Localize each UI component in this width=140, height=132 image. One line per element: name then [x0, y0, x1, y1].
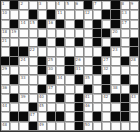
cell-8-2[interactable]	[10, 66, 19, 75]
cell-6-6[interactable]	[47, 47, 56, 56]
cell-5-4[interactable]	[29, 38, 38, 47]
cell-4-4[interactable]	[29, 29, 38, 38]
cell-2-15[interactable]	[130, 10, 139, 19]
cell-12-7[interactable]	[56, 103, 65, 112]
cell-9-3[interactable]: 33	[19, 75, 28, 84]
cell-14-11[interactable]	[93, 122, 102, 131]
cell-2-5[interactable]	[38, 10, 47, 19]
cell-14-6[interactable]	[47, 122, 56, 131]
black-cell	[111, 38, 120, 47]
cell-9-15[interactable]	[130, 75, 139, 84]
cell-8-15[interactable]	[130, 66, 139, 75]
black-cell	[84, 1, 93, 10]
clue-number: 6	[76, 1, 79, 6]
cell-6-5[interactable]	[38, 47, 47, 56]
cell-11-8[interactable]	[65, 94, 74, 103]
cell-4-6[interactable]	[47, 29, 56, 38]
cell-5-6[interactable]	[47, 38, 56, 47]
cell-5-2[interactable]	[10, 38, 19, 47]
cell-7-10[interactable]	[84, 57, 93, 66]
cell-2-11[interactable]	[93, 10, 102, 19]
cell-9-10[interactable]: 35	[84, 75, 93, 84]
cell-3-14[interactable]: 17	[121, 20, 130, 29]
black-cell	[29, 10, 38, 19]
clue-number: 41	[85, 94, 90, 99]
black-cell	[65, 66, 74, 75]
clue-number: 20	[112, 29, 117, 34]
black-cell	[65, 57, 74, 66]
cell-8-3[interactable]	[19, 66, 28, 75]
cell-11-6[interactable]	[47, 94, 56, 103]
cell-10-6[interactable]: 37	[47, 85, 56, 94]
cell-14-3[interactable]	[19, 122, 28, 131]
cell-10-2[interactable]	[10, 85, 19, 94]
cell-4-1[interactable]: 18	[1, 29, 10, 38]
cell-14-15[interactable]	[130, 122, 139, 131]
cell-14-1[interactable]: 48	[1, 122, 10, 131]
cell-14-14[interactable]	[121, 122, 130, 131]
cell-3-3[interactable]: 14	[19, 20, 28, 29]
cell-3-6[interactable]: 16	[47, 20, 56, 29]
clue-number: 7	[94, 1, 97, 6]
black-cell	[10, 57, 19, 66]
clue-number: 2	[20, 1, 23, 6]
cell-1-6[interactable]	[47, 1, 56, 10]
cell-5-1[interactable]: 21	[1, 38, 10, 47]
black-cell	[10, 112, 19, 121]
clue-number: 22	[30, 47, 35, 52]
clue-number: 35	[85, 75, 90, 80]
cell-1-12[interactable]	[102, 1, 111, 10]
cell-10-1[interactable]: 36	[1, 85, 10, 94]
cell-8-12[interactable]: 32	[102, 66, 111, 75]
black-cell	[111, 10, 120, 19]
cell-2-3[interactable]	[19, 10, 28, 19]
black-cell	[93, 57, 102, 66]
cell-4-13[interactable]: 20	[111, 29, 120, 38]
cell-12-5[interactable]: 45	[38, 103, 47, 112]
cell-6-11[interactable]	[93, 47, 102, 56]
cell-6-9[interactable]	[75, 47, 84, 56]
cell-12-12[interactable]	[102, 103, 111, 112]
cell-8-14[interactable]	[121, 66, 130, 75]
cell-8-10[interactable]	[84, 66, 93, 75]
black-cell	[102, 47, 111, 56]
cell-9-5[interactable]	[38, 75, 47, 84]
black-cell	[10, 1, 19, 10]
black-cell	[93, 29, 102, 38]
cell-13-8[interactable]	[65, 112, 74, 121]
black-cell	[121, 75, 130, 84]
clue-number: 24	[20, 57, 25, 62]
clue-number: 30	[48, 66, 53, 71]
black-cell	[130, 85, 139, 94]
cell-12-3[interactable]	[19, 103, 28, 112]
cell-4-9[interactable]	[75, 29, 84, 38]
cell-1-3[interactable]: 2	[19, 1, 28, 10]
black-cell	[47, 112, 56, 121]
cell-10-13[interactable]: 38	[111, 85, 120, 94]
black-cell	[75, 20, 84, 29]
cell-13-10[interactable]	[84, 112, 93, 121]
clue-number: 33	[20, 75, 25, 80]
cell-8-13[interactable]	[111, 66, 120, 75]
cell-10-14[interactable]	[121, 85, 130, 94]
cell-10-7[interactable]	[56, 85, 65, 94]
black-cell	[10, 20, 19, 29]
cell-12-13[interactable]	[111, 103, 120, 112]
clue-number: 40	[39, 94, 44, 99]
cell-6-7[interactable]	[56, 47, 65, 56]
cell-6-13[interactable]: 23	[111, 47, 120, 56]
clue-number: 43	[131, 94, 136, 99]
black-cell	[19, 47, 28, 56]
cell-11-3[interactable]: 39	[19, 94, 28, 103]
cell-8-7[interactable]	[56, 66, 65, 75]
cell-8-1[interactable]: 29	[1, 66, 10, 75]
black-cell	[130, 47, 139, 56]
cell-4-2[interactable]: 19	[10, 29, 19, 38]
cell-11-11[interactable]	[93, 94, 102, 103]
cell-1-1[interactable]: 1	[1, 1, 10, 10]
clue-number: 37	[48, 85, 53, 90]
cell-10-4[interactable]	[29, 85, 38, 94]
cell-10-8[interactable]	[65, 85, 74, 94]
black-cell	[111, 1, 120, 10]
cell-7-4[interactable]	[29, 57, 38, 66]
cell-6-14[interactable]	[121, 47, 130, 56]
black-cell	[75, 38, 84, 47]
cell-1-8[interactable]: 5	[65, 1, 74, 10]
cell-9-11[interactable]	[93, 75, 102, 84]
cell-3-10[interactable]	[84, 20, 93, 29]
clue-number: 1	[2, 1, 5, 6]
black-cell	[75, 112, 84, 121]
clue-number: 11	[57, 10, 62, 15]
cell-11-4[interactable]	[29, 94, 38, 103]
black-cell	[102, 85, 111, 94]
cell-12-11[interactable]	[93, 103, 102, 112]
cell-8-6[interactable]: 30	[47, 66, 56, 75]
black-cell	[84, 85, 93, 94]
cell-14-5[interactable]: 49	[38, 122, 47, 131]
cell-13-4[interactable]: 47	[29, 112, 38, 121]
clue-number: 13	[122, 10, 127, 15]
cell-2-1[interactable]: 10	[1, 10, 10, 19]
cell-3-12[interactable]	[102, 20, 111, 29]
cell-2-8[interactable]	[65, 10, 74, 19]
clue-number: 16	[48, 20, 53, 25]
clue-number: 39	[20, 94, 25, 99]
clue-number: 46	[85, 103, 90, 108]
cell-1-14[interactable]: 8	[121, 1, 130, 10]
clue-number: 25	[48, 57, 53, 62]
cell-2-10[interactable]: 12	[84, 10, 93, 19]
clue-number: 45	[39, 103, 44, 108]
cell-7-13[interactable]	[111, 57, 120, 66]
black-cell	[102, 29, 111, 38]
clue-number: 48	[2, 122, 7, 127]
black-cell	[56, 94, 65, 103]
cell-13-12[interactable]	[102, 112, 111, 121]
black-cell	[75, 103, 84, 112]
cell-1-7[interactable]: 4	[56, 1, 65, 10]
black-cell	[102, 10, 111, 19]
clue-number: 29	[2, 66, 7, 71]
cell-3-4[interactable]: 15	[29, 20, 38, 29]
cell-14-7[interactable]	[56, 122, 65, 131]
cell-9-4[interactable]	[29, 75, 38, 84]
clue-number: 47	[30, 112, 35, 117]
clue-number: 18	[2, 29, 7, 34]
black-cell	[56, 20, 65, 29]
clue-number: 15	[30, 20, 35, 25]
cell-14-13[interactable]	[111, 122, 120, 131]
black-cell	[38, 85, 47, 94]
cell-11-1[interactable]	[1, 94, 10, 103]
clue-number: 9	[131, 1, 134, 6]
black-cell	[111, 112, 120, 121]
black-cell	[38, 66, 47, 75]
cell-3-1[interactable]	[1, 20, 10, 29]
black-cell	[121, 112, 130, 121]
cell-12-8[interactable]	[65, 103, 74, 112]
cell-10-11[interactable]	[93, 85, 102, 94]
black-cell	[93, 66, 102, 75]
black-cell	[93, 112, 102, 121]
cell-10-3[interactable]	[19, 85, 28, 94]
black-cell	[75, 94, 84, 103]
cell-10-9[interactable]	[75, 85, 84, 94]
cell-4-8[interactable]	[65, 29, 74, 38]
black-cell	[29, 103, 38, 112]
clue-number: 8	[122, 1, 125, 6]
black-cell	[19, 112, 28, 121]
clue-number: 36	[2, 85, 7, 90]
cell-14-8[interactable]	[65, 122, 74, 131]
cell-11-5[interactable]: 40	[38, 94, 47, 103]
cell-11-10[interactable]: 41	[84, 94, 93, 103]
black-cell	[111, 94, 120, 103]
clue-number: 12	[85, 10, 90, 15]
cell-12-10[interactable]: 46	[84, 103, 93, 112]
cell-7-6[interactable]: 25	[47, 57, 56, 66]
cell-4-7[interactable]	[56, 29, 65, 38]
cell-14-10[interactable]: 50	[84, 122, 93, 131]
black-cell	[130, 38, 139, 47]
cell-6-4[interactable]: 22	[29, 47, 38, 56]
cell-14-2[interactable]	[10, 122, 19, 131]
clue-number: 31	[76, 66, 81, 71]
cell-1-5[interactable]: 3	[38, 1, 47, 10]
black-cell	[1, 57, 10, 66]
clue-number: 28	[131, 57, 136, 62]
black-cell	[47, 75, 56, 84]
black-cell	[29, 122, 38, 131]
cell-9-13[interactable]	[111, 75, 120, 84]
cell-4-14[interactable]	[121, 29, 130, 38]
cell-3-15[interactable]	[130, 20, 139, 29]
black-cell	[75, 122, 84, 131]
cell-9-1[interactable]	[1, 75, 10, 84]
clue-number: 44	[2, 103, 7, 108]
black-cell	[93, 38, 102, 47]
cell-7-12[interactable]: 27	[102, 57, 111, 66]
black-cell	[121, 57, 130, 66]
cell-12-15[interactable]	[130, 103, 139, 112]
cell-13-5[interactable]	[38, 112, 47, 121]
cell-2-9[interactable]	[75, 10, 84, 19]
cell-5-8[interactable]	[65, 38, 74, 47]
cell-4-3[interactable]	[19, 29, 28, 38]
cell-14-12[interactable]	[102, 122, 111, 131]
cell-2-2[interactable]	[10, 10, 19, 19]
clue-number: 38	[112, 85, 117, 90]
black-cell	[38, 57, 47, 66]
clue-number: 5	[66, 1, 69, 6]
clue-number: 3	[39, 1, 42, 6]
clue-number: 21	[2, 38, 7, 43]
cell-7-7[interactable]	[56, 57, 65, 66]
cell-4-5[interactable]	[38, 29, 47, 38]
cell-4-10[interactable]	[84, 29, 93, 38]
cell-13-1[interactable]	[1, 112, 10, 121]
clue-number: 4	[57, 1, 60, 6]
black-cell	[38, 20, 47, 29]
cell-6-8[interactable]	[65, 47, 74, 56]
clue-number: 19	[11, 29, 16, 34]
cell-1-4[interactable]	[29, 1, 38, 10]
clue-number: 10	[2, 10, 7, 15]
black-cell	[56, 112, 65, 121]
black-cell	[111, 20, 120, 29]
black-cell	[10, 94, 19, 103]
cell-6-10[interactable]	[84, 47, 93, 56]
cell-12-1[interactable]: 44	[1, 103, 10, 112]
cell-4-15[interactable]	[130, 29, 139, 38]
cell-6-1[interactable]	[1, 47, 10, 56]
cell-5-14[interactable]	[121, 38, 130, 47]
cell-7-3[interactable]: 24	[19, 57, 28, 66]
black-cell	[10, 75, 19, 84]
black-cell	[121, 103, 130, 112]
black-cell	[121, 94, 130, 103]
crossword-grid: 1234567891011121314151617181920212223242…	[0, 0, 140, 132]
black-cell	[38, 38, 47, 47]
black-cell	[47, 10, 56, 19]
cell-8-4[interactable]	[29, 66, 38, 75]
cell-2-14[interactable]: 13	[121, 10, 130, 19]
clue-number: 32	[103, 66, 108, 71]
clue-number: 42	[103, 94, 108, 99]
cell-1-9[interactable]: 6	[75, 1, 84, 10]
cell-2-7[interactable]: 11	[56, 10, 65, 19]
cell-9-8[interactable]	[65, 75, 74, 84]
cell-3-8[interactable]	[65, 20, 74, 29]
black-cell	[10, 47, 19, 56]
cell-11-15[interactable]: 43	[130, 94, 139, 103]
cell-5-12[interactable]	[102, 38, 111, 47]
cell-9-7[interactable]: 34	[56, 75, 65, 84]
clue-number: 23	[112, 47, 117, 52]
cell-1-11[interactable]: 7	[93, 1, 102, 10]
clue-number: 14	[20, 20, 25, 25]
black-cell	[93, 20, 102, 29]
clue-number: 26	[76, 57, 81, 62]
cell-11-12[interactable]: 42	[102, 94, 111, 103]
cell-7-9[interactable]: 26	[75, 57, 84, 66]
clue-number: 17	[122, 20, 127, 25]
cell-7-15[interactable]: 28	[130, 57, 139, 66]
cell-12-6[interactable]	[47, 103, 56, 112]
clue-number: 27	[103, 57, 108, 62]
cell-5-10[interactable]	[84, 38, 93, 47]
cell-1-15[interactable]: 9	[130, 1, 139, 10]
black-cell	[75, 75, 84, 84]
clue-number: 50	[85, 122, 90, 127]
cell-12-2[interactable]	[10, 103, 19, 112]
black-cell	[102, 75, 111, 84]
cell-13-15[interactable]	[130, 112, 139, 121]
black-cell	[56, 38, 65, 47]
cell-8-9[interactable]: 31	[75, 66, 84, 75]
clue-number: 49	[39, 122, 44, 127]
cell-5-3[interactable]	[19, 38, 28, 47]
clue-number: 34	[57, 75, 62, 80]
